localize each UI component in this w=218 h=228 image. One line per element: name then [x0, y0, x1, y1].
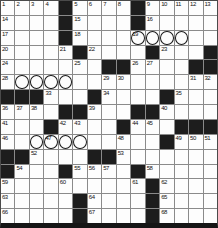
cell-r15c1[interactable]: 66: [1, 209, 14, 223]
circle-marker-icon: [30, 135, 43, 149]
clue-number-17: 17: [2, 31, 8, 38]
cell-r3c6[interactable]: 18: [73, 31, 86, 45]
clue-number-36: 36: [2, 105, 8, 112]
black-cell-r7c12: [160, 90, 173, 104]
cell-r1c3[interactable]: 3: [30, 1, 43, 15]
cell-r6c6[interactable]: [73, 75, 86, 89]
cell-r7c10[interactable]: [131, 90, 144, 104]
cell-r13c14[interactable]: [189, 179, 202, 193]
cell-r5c6[interactable]: 25: [73, 60, 86, 74]
black-cell-r3c5: [59, 31, 72, 45]
cell-r3c8[interactable]: [102, 31, 115, 45]
cell-r9c12[interactable]: [160, 120, 173, 134]
crossword-puzzle: 1234567891011121314151617181920212223242…: [0, 0, 218, 228]
cell-r14c8[interactable]: [102, 194, 115, 208]
cell-r9c10[interactable]: 44: [131, 120, 144, 134]
clue-number-50: 50: [190, 135, 196, 142]
black-cell-r7c1: [1, 90, 14, 104]
cell-r12c13[interactable]: [175, 165, 188, 179]
cell-r3c13[interactable]: [175, 31, 188, 45]
cell-r10c13[interactable]: 49: [175, 135, 188, 149]
cell-r11c4[interactable]: [44, 150, 57, 164]
cell-r1c13[interactable]: 11: [175, 1, 188, 15]
black-cell-r11c8: [102, 150, 115, 164]
clue-number-10: 10: [161, 1, 167, 8]
cell-r9c5[interactable]: 42: [59, 120, 72, 134]
cell-r2c14[interactable]: [189, 16, 202, 30]
cell-r6c9[interactable]: 30: [117, 75, 130, 89]
cell-r5c5[interactable]: [59, 60, 72, 74]
cell-r12c6[interactable]: 55: [73, 165, 86, 179]
clue-number-35: 35: [176, 90, 182, 97]
cell-r8c12[interactable]: 40: [160, 105, 173, 119]
clue-number-62: 62: [161, 179, 167, 186]
cell-r8c14[interactable]: [189, 105, 202, 119]
cell-r2c13[interactable]: [175, 16, 188, 30]
clue-number-34: 34: [103, 90, 109, 97]
cell-r4c10[interactable]: [131, 46, 144, 60]
clue-number-45: 45: [147, 120, 153, 127]
black-cell-r11c2: [15, 150, 28, 164]
cell-r8c13[interactable]: [175, 105, 188, 119]
cell-r13c9[interactable]: [117, 179, 130, 193]
cell-r9c6[interactable]: 43: [73, 120, 86, 134]
black-cell-r8c10: [131, 105, 144, 119]
black-cell-r4c6: [73, 46, 86, 60]
black-cell-r9c15: [204, 120, 217, 134]
cell-r5c1[interactable]: 24: [1, 60, 14, 74]
cell-r6c3[interactable]: [30, 75, 43, 89]
cell-r15c8[interactable]: [102, 209, 115, 223]
cell-r14c10[interactable]: [131, 194, 144, 208]
cell-r7c8[interactable]: 34: [102, 90, 115, 104]
cell-r3c14[interactable]: [189, 31, 202, 45]
clue-number-16: 16: [147, 16, 153, 23]
cell-r9c11[interactable]: 45: [146, 120, 159, 134]
cell-r8c8[interactable]: [102, 105, 115, 119]
clue-number-37: 37: [16, 105, 22, 112]
circle-marker-icon: [175, 31, 188, 45]
black-cell-r1c5: [59, 1, 72, 15]
black-cell-r12c1: [1, 165, 14, 179]
cell-r11c6[interactable]: [73, 150, 86, 164]
cell-r15c13[interactable]: [175, 209, 188, 223]
clue-number-53: 53: [118, 150, 124, 157]
cell-r3c15[interactable]: [204, 31, 217, 45]
cell-r4c14[interactable]: [189, 46, 202, 60]
cell-r6c5[interactable]: [59, 75, 72, 89]
cell-r11c14[interactable]: [189, 150, 202, 164]
cell-r3c10[interactable]: 19: [131, 31, 144, 45]
clue-number-44: 44: [132, 120, 138, 127]
cell-r12c7[interactable]: 56: [88, 165, 101, 179]
clue-number-24: 24: [2, 60, 8, 67]
cell-r10c8[interactable]: [102, 135, 115, 149]
black-cell-r13c11: [146, 179, 159, 193]
clue-number-20: 20: [2, 46, 8, 53]
clue-number-43: 43: [74, 120, 80, 127]
circle-marker-icon: [146, 31, 159, 45]
clue-number-56: 56: [89, 165, 95, 172]
cell-r6c14[interactable]: 31: [189, 75, 202, 89]
cell-r13c2[interactable]: [15, 179, 28, 193]
cell-r5c12[interactable]: [160, 60, 173, 74]
clue-number-25: 25: [74, 60, 80, 67]
black-cell-r2c5: [59, 16, 72, 30]
cell-r9c1[interactable]: 41: [1, 120, 14, 134]
clue-number-21: 21: [60, 46, 66, 53]
clue-number-66: 66: [2, 209, 8, 216]
cell-r15c12[interactable]: 68: [160, 209, 173, 223]
black-cell-r9c14: [189, 120, 202, 134]
cell-r3c7[interactable]: [88, 31, 101, 45]
black-cell-r4c15: [204, 46, 217, 60]
cell-r5c2[interactable]: [15, 60, 28, 74]
cell-r4c3[interactable]: [30, 46, 43, 60]
cell-r14c7[interactable]: 64: [88, 194, 101, 208]
clue-number-18: 18: [74, 31, 80, 38]
cell-r3c9[interactable]: [117, 31, 130, 45]
cell-r2c4[interactable]: [44, 16, 57, 30]
cell-r2c7[interactable]: [88, 16, 101, 30]
clue-number-11: 11: [176, 1, 181, 8]
cell-r6c7[interactable]: [88, 75, 101, 89]
cell-r12c4[interactable]: [44, 165, 57, 179]
cell-r11c5[interactable]: [59, 150, 72, 164]
clue-number-8: 8: [118, 1, 121, 8]
cell-r5c11[interactable]: 27: [146, 60, 159, 74]
cell-r11c10[interactable]: [131, 150, 144, 164]
cell-r1c4[interactable]: 4: [44, 1, 57, 15]
cell-r3c3[interactable]: [30, 31, 43, 45]
cell-r1c11[interactable]: 9: [146, 1, 159, 15]
cell-r4c1[interactable]: 20: [1, 46, 14, 60]
cell-r14c2[interactable]: [15, 194, 28, 208]
cell-r5c7[interactable]: [88, 60, 101, 74]
circle-marker-icon: [30, 75, 43, 89]
circle-marker-icon: [59, 75, 72, 89]
cell-r14c3[interactable]: [30, 194, 43, 208]
clue-number-59: 59: [2, 179, 8, 186]
cell-r7c4[interactable]: 33: [44, 90, 57, 104]
clue-number-65: 65: [161, 194, 167, 201]
clue-number-13: 13: [205, 1, 211, 8]
cell-r1c14[interactable]: 12: [189, 1, 202, 15]
cell-r4c4[interactable]: [44, 46, 57, 60]
cell-r12c8[interactable]: 57: [102, 165, 115, 179]
cell-r6c2[interactable]: [15, 75, 28, 89]
cell-r2c15[interactable]: [204, 16, 217, 30]
black-cell-r7c2: [15, 90, 28, 104]
cell-r7c11[interactable]: [146, 90, 159, 104]
cell-r14c5[interactable]: [59, 194, 72, 208]
cell-r12c9[interactable]: [117, 165, 130, 179]
cell-r14c12[interactable]: 65: [160, 194, 173, 208]
cell-r1c7[interactable]: 6: [88, 1, 101, 15]
cell-r10c11[interactable]: [146, 135, 159, 149]
cell-r6c15[interactable]: 32: [204, 75, 217, 89]
cell-r15c7[interactable]: 67: [88, 209, 101, 223]
cell-r10c4[interactable]: 47: [44, 135, 57, 149]
cell-r13c7[interactable]: [88, 179, 101, 193]
clue-number-9: 9: [147, 1, 150, 8]
cell-r10c2[interactable]: [15, 135, 28, 149]
cell-r9c3[interactable]: [30, 120, 43, 134]
cell-r6c11[interactable]: [146, 75, 159, 89]
cell-r15c5[interactable]: [59, 209, 72, 223]
cell-r4c2[interactable]: [15, 46, 28, 60]
cell-r11c3[interactable]: 52: [30, 150, 43, 164]
cell-r3c11[interactable]: [146, 31, 159, 45]
cell-r9c7[interactable]: [88, 120, 101, 134]
cell-r8c4[interactable]: [44, 105, 57, 119]
clue-number-58: 58: [147, 165, 153, 172]
black-cell-r7c7: [88, 90, 101, 104]
black-cell-r12c5: [59, 165, 72, 179]
cell-r9c2[interactable]: [15, 120, 28, 134]
cell-r11c11[interactable]: [146, 150, 159, 164]
cell-r12c14[interactable]: [189, 165, 202, 179]
cell-r13c15[interactable]: [204, 179, 217, 193]
clue-number-4: 4: [45, 1, 48, 8]
clue-number-40: 40: [161, 105, 167, 112]
cell-r14c15[interactable]: [204, 194, 217, 208]
cell-r15c4[interactable]: [44, 209, 57, 223]
clue-number-2: 2: [16, 1, 19, 8]
cell-r10c6[interactable]: [73, 135, 86, 149]
cell-r14c14[interactable]: [189, 194, 202, 208]
cell-r7c9[interactable]: [117, 90, 130, 104]
cell-r11c15[interactable]: [204, 150, 217, 164]
cell-r13c3[interactable]: [30, 179, 43, 193]
black-cell-r8c5: [59, 105, 72, 119]
cell-r8c2[interactable]: 37: [15, 105, 28, 119]
cell-r6c13[interactable]: [175, 75, 188, 89]
black-cell-r5c15: [204, 60, 217, 74]
black-cell-r11c7: [88, 150, 101, 164]
cell-r14c13[interactable]: [175, 194, 188, 208]
black-cell-r11c1: [1, 150, 14, 164]
cell-r2c8[interactable]: [102, 16, 115, 30]
cell-r2c2[interactable]: [15, 16, 28, 30]
cell-r4c7[interactable]: 22: [88, 46, 101, 60]
clue-number-68: 68: [161, 209, 167, 216]
cell-r8c15[interactable]: [204, 105, 217, 119]
black-cell-r5c9: [117, 60, 130, 74]
cell-r10c1[interactable]: 46: [1, 135, 14, 149]
cell-r10c10[interactable]: [131, 135, 144, 149]
cell-r7c6[interactable]: [73, 90, 86, 104]
black-cell-r14c11: [146, 194, 159, 208]
clue-number-61: 61: [132, 179, 138, 186]
clue-number-22: 22: [89, 46, 95, 53]
clue-number-38: 38: [31, 105, 37, 112]
clue-number-64: 64: [89, 194, 95, 201]
cell-r6c12[interactable]: [160, 75, 173, 89]
cell-r8c9[interactable]: [117, 105, 130, 119]
cell-r2c9[interactable]: [117, 16, 130, 30]
clue-number-19: 19: [132, 31, 138, 38]
cell-r12c3[interactable]: [30, 165, 43, 179]
cell-r7c13[interactable]: 35: [175, 90, 188, 104]
cell-r13c4[interactable]: [44, 179, 57, 193]
clue-number-14: 14: [2, 16, 8, 23]
cell-r13c10[interactable]: 61: [131, 179, 144, 193]
clue-number-15: 15: [74, 16, 80, 23]
cell-r3c1[interactable]: 17: [1, 31, 14, 45]
black-cell-r1c10: [131, 1, 144, 15]
cell-r6c4[interactable]: [44, 75, 57, 89]
cell-r4c8[interactable]: [102, 46, 115, 60]
cell-r3c12[interactable]: [160, 31, 173, 45]
cell-r10c7[interactable]: [88, 135, 101, 149]
cell-r4c9[interactable]: [117, 46, 130, 60]
cell-r10c15[interactable]: 51: [204, 135, 217, 149]
cell-r1c1[interactable]: 1: [1, 1, 14, 15]
cell-r15c14[interactable]: [189, 209, 202, 223]
cell-r6c10[interactable]: [131, 75, 144, 89]
clue-number-31: 31: [190, 75, 196, 82]
cell-r4c12[interactable]: 23: [160, 46, 173, 60]
cell-r13c12[interactable]: 62: [160, 179, 173, 193]
cell-r14c4[interactable]: [44, 194, 57, 208]
circle-marker-icon: [160, 31, 173, 45]
cell-r5c4[interactable]: [44, 60, 57, 74]
cell-r12c12[interactable]: [160, 165, 173, 179]
crossword-board: 1234567891011121314151617181920212223242…: [0, 0, 218, 228]
cell-r6c1[interactable]: 28: [1, 75, 14, 89]
cell-r10c14[interactable]: 50: [189, 135, 202, 149]
cell-r1c2[interactable]: 2: [15, 1, 28, 15]
cell-r13c6[interactable]: [73, 179, 86, 193]
clue-number-46: 46: [2, 135, 8, 142]
cell-r14c9[interactable]: [117, 194, 130, 208]
cell-r2c1[interactable]: 14: [1, 16, 14, 30]
clue-number-12: 12: [190, 1, 196, 8]
clue-number-1: 1: [2, 1, 5, 8]
cell-r7c14[interactable]: [189, 90, 202, 104]
clue-number-29: 29: [103, 75, 109, 82]
clue-number-27: 27: [147, 60, 153, 67]
cell-r12c15[interactable]: [204, 165, 217, 179]
cell-r15c15[interactable]: [204, 209, 217, 223]
black-cell-r15c11: [146, 209, 159, 223]
black-cell-r9c9: [117, 120, 130, 134]
clue-number-55: 55: [74, 165, 80, 172]
cell-r8c7[interactable]: 39: [88, 105, 101, 119]
cell-r11c9[interactable]: 53: [117, 150, 130, 164]
cell-r15c2[interactable]: [15, 209, 28, 223]
cell-r9c8[interactable]: [102, 120, 115, 134]
cell-r6c8[interactable]: 29: [102, 75, 115, 89]
cell-r13c5[interactable]: 60: [59, 179, 72, 193]
cell-r1c12[interactable]: 10: [160, 1, 173, 15]
cell-r1c8[interactable]: 7: [102, 1, 115, 15]
clue-number-57: 57: [103, 165, 109, 172]
clue-number-32: 32: [205, 75, 211, 82]
cell-r8c3[interactable]: 38: [30, 105, 43, 119]
black-cell-r7c3: [30, 90, 43, 104]
black-cell-r14c6: [73, 194, 86, 208]
clue-number-54: 54: [16, 165, 22, 172]
cell-r4c5[interactable]: 21: [59, 46, 72, 60]
cell-r11c12[interactable]: [160, 150, 173, 164]
cell-r2c12[interactable]: [160, 16, 173, 30]
clue-number-63: 63: [2, 194, 8, 201]
cell-r7c15[interactable]: [204, 90, 217, 104]
clue-number-52: 52: [31, 150, 37, 157]
cell-r10c3[interactable]: [30, 135, 43, 149]
circle-marker-icon: [44, 75, 57, 89]
cell-r1c6[interactable]: 5: [73, 1, 86, 15]
cell-r15c3[interactable]: [30, 209, 43, 223]
cell-r4c13[interactable]: [175, 46, 188, 60]
cell-r5c10[interactable]: 26: [131, 60, 144, 74]
cell-r15c10[interactable]: [131, 209, 144, 223]
clue-number-30: 30: [118, 75, 124, 82]
clue-number-23: 23: [161, 46, 167, 53]
clue-number-26: 26: [132, 60, 138, 67]
black-cell-r8c11: [146, 105, 159, 119]
cell-r10c9[interactable]: 48: [117, 135, 130, 149]
clue-number-33: 33: [45, 90, 51, 97]
cell-r12c2[interactable]: 54: [15, 165, 28, 179]
clue-number-6: 6: [89, 1, 92, 8]
black-cell-r5c8: [102, 60, 115, 74]
cell-r3c4[interactable]: [44, 31, 57, 45]
cell-r1c15[interactable]: 13: [204, 1, 217, 15]
black-cell-r5c14: [189, 60, 202, 74]
circle-marker-icon: [15, 75, 28, 89]
black-cell-r2c10: [131, 16, 144, 30]
cell-r15c9[interactable]: [117, 209, 130, 223]
circle-marker-icon: [59, 135, 72, 149]
clue-number-51: 51: [205, 135, 211, 142]
black-cell-r9c4: [44, 120, 57, 134]
cell-r7c5[interactable]: [59, 90, 72, 104]
cell-r1c9[interactable]: 8: [117, 1, 130, 15]
black-cell-r8c6: [73, 105, 86, 119]
cell-r13c13[interactable]: [175, 179, 188, 193]
cell-r2c11[interactable]: 16: [146, 16, 159, 30]
clue-number-49: 49: [176, 135, 182, 142]
cell-r5c3[interactable]: [30, 60, 43, 74]
clue-number-3: 3: [31, 1, 34, 8]
cell-r13c8[interactable]: [102, 179, 115, 193]
cell-r2c3[interactable]: [30, 16, 43, 30]
cell-r14c1[interactable]: 63: [1, 194, 14, 208]
cell-r12c11[interactable]: 58: [146, 165, 159, 179]
cell-r13c1[interactable]: 59: [1, 179, 14, 193]
black-cell-r10c12: [160, 135, 173, 149]
cell-r11c13[interactable]: [175, 150, 188, 164]
black-cell-r15c6: [73, 209, 86, 223]
clue-number-7: 7: [103, 1, 106, 8]
clue-number-5: 5: [74, 1, 77, 8]
cell-r10c5[interactable]: [59, 135, 72, 149]
cell-r3c2[interactable]: [15, 31, 28, 45]
cell-r5c13[interactable]: [175, 60, 188, 74]
clue-number-67: 67: [89, 209, 95, 216]
cell-r8c1[interactable]: 36: [1, 105, 14, 119]
clue-number-48: 48: [118, 135, 124, 142]
black-cell-r9c13: [175, 120, 188, 134]
black-cell-r12c10: [131, 165, 144, 179]
clue-number-42: 42: [60, 120, 66, 127]
cell-r2c6[interactable]: 15: [73, 16, 86, 30]
clue-number-47: 47: [45, 135, 51, 142]
clue-number-60: 60: [60, 179, 66, 186]
